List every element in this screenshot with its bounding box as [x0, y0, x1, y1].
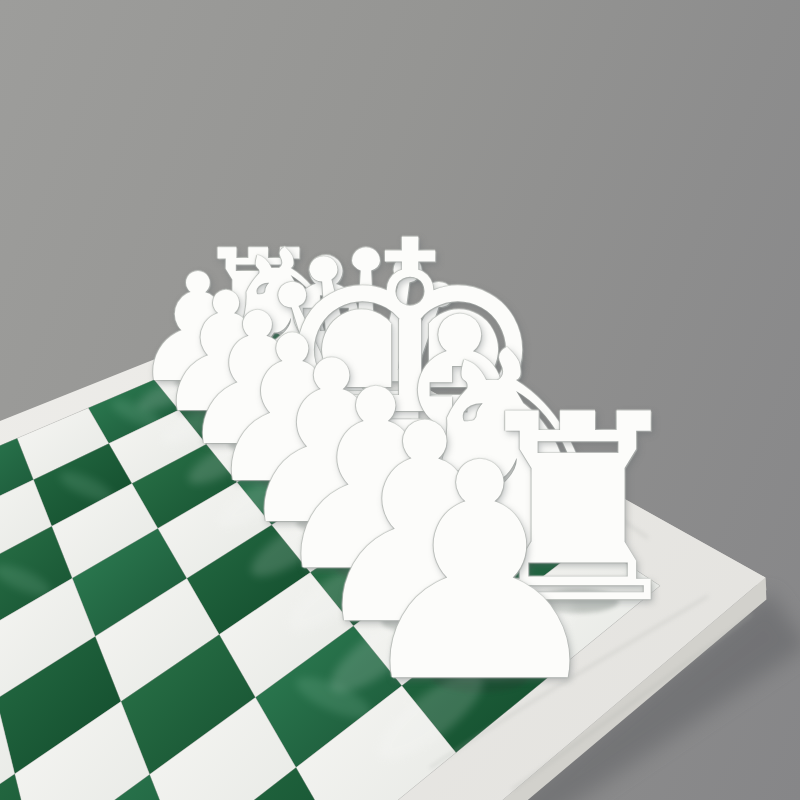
- chess-board: [0, 0, 800, 800]
- chess-set-photo: ♜♞♝♛♚♝♞♜♟♟♟♟♟♟♟♟: [0, 0, 800, 800]
